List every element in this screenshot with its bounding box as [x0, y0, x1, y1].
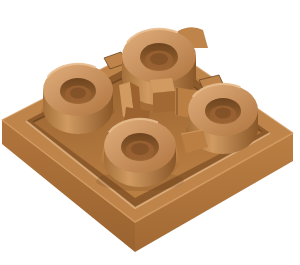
center-post-top — [150, 78, 175, 93]
lego-tile-illustration — [0, 0, 300, 265]
center-post-front — [153, 91, 175, 113]
stud-tube-left — [41, 64, 115, 134]
product-image — [0, 0, 300, 265]
stud-tube-right-hole-core — [215, 108, 231, 119]
stud-tube-left-hole-core — [70, 88, 86, 99]
stud-tube-front-hole-core — [131, 143, 149, 155]
stud-tube-back-hole-core — [150, 53, 168, 65]
